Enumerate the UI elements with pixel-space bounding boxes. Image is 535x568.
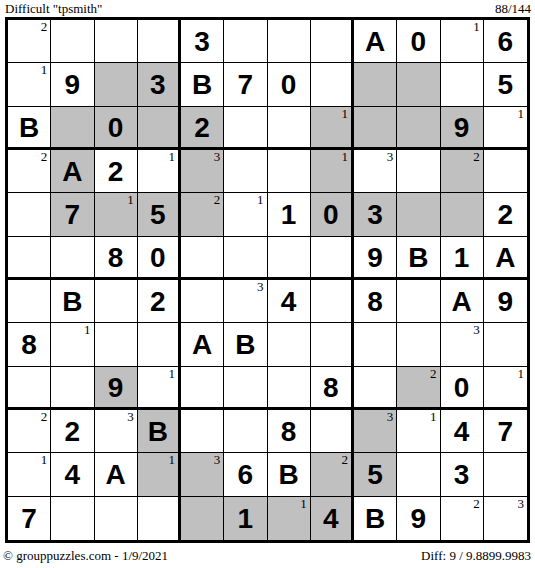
pencil-mark: 1 bbox=[41, 63, 48, 77]
cell-value: 0 bbox=[150, 244, 166, 272]
pencil-mark: 3 bbox=[257, 280, 264, 294]
cell-r5c10[interactable] bbox=[397, 193, 440, 236]
cell-value: 2 bbox=[150, 288, 166, 316]
cell-value: 7 bbox=[65, 201, 81, 229]
cell-r11c6[interactable]: 6 bbox=[224, 453, 267, 496]
cell-r11c3[interactable]: A bbox=[95, 453, 138, 496]
cell-r3c2[interactable] bbox=[51, 107, 94, 150]
cell-r10c1[interactable]: 2 bbox=[8, 410, 51, 453]
cell-r8c10[interactable] bbox=[397, 323, 440, 366]
cell-r3c12[interactable]: 1 bbox=[484, 107, 527, 150]
cell-value: 3 bbox=[194, 28, 210, 56]
cell-value: B bbox=[62, 288, 82, 316]
cell-value: 9 bbox=[498, 288, 514, 316]
cell-r2c8[interactable] bbox=[311, 63, 354, 106]
puzzle-title: Difficult "tpsmith" bbox=[5, 1, 102, 16]
cell-r1c10[interactable]: 0 bbox=[397, 20, 440, 63]
cell-r1c9[interactable]: A bbox=[354, 20, 397, 63]
cell-r6c3[interactable]: 8 bbox=[95, 237, 138, 280]
cell-value: A bbox=[365, 28, 385, 56]
cell-r11c7[interactable]: B bbox=[268, 453, 311, 496]
cell-r8c11[interactable]: 3 bbox=[441, 323, 484, 366]
cell-value: 1 bbox=[281, 201, 297, 229]
cell-r11c4[interactable]: 1 bbox=[138, 453, 181, 496]
cell-r6c1[interactable] bbox=[8, 237, 51, 280]
cell-value: B bbox=[148, 418, 168, 446]
cell-r2c10[interactable] bbox=[397, 63, 440, 106]
cell-r2c11[interactable] bbox=[441, 63, 484, 106]
cell-r4c7[interactable] bbox=[268, 150, 311, 193]
cell-r9c11[interactable]: 0 bbox=[441, 367, 484, 410]
cell-r4c2[interactable]: A bbox=[51, 150, 94, 193]
cell-r11c5[interactable]: 3 bbox=[181, 453, 224, 496]
cell-value: 4 bbox=[65, 461, 81, 489]
cell-r7c4[interactable]: 2 bbox=[138, 280, 181, 323]
pencil-mark: 1 bbox=[169, 367, 176, 381]
cell-r8c5[interactable]: A bbox=[181, 323, 224, 366]
cell-r5c3[interactable]: 1 bbox=[95, 193, 138, 236]
pencil-mark: 1 bbox=[473, 20, 480, 34]
cell-value: 4 bbox=[454, 418, 470, 446]
cell-r1c7[interactable] bbox=[268, 20, 311, 63]
cell-r9c6[interactable] bbox=[224, 367, 267, 410]
cell-value: 7 bbox=[498, 418, 514, 446]
cell-value: A bbox=[106, 461, 126, 489]
cell-r8c12[interactable] bbox=[484, 323, 527, 366]
cell-value: A bbox=[452, 288, 472, 316]
cell-r8c9[interactable] bbox=[354, 323, 397, 366]
cell-r5c4[interactable]: 5 bbox=[138, 193, 181, 236]
cell-r7c11[interactable]: A bbox=[441, 280, 484, 323]
cell-r3c9[interactable] bbox=[354, 107, 397, 150]
cell-value: 7 bbox=[21, 505, 37, 533]
cell-value: A bbox=[495, 244, 515, 272]
cell-value: 0 bbox=[454, 374, 470, 402]
cell-r8c7[interactable] bbox=[268, 323, 311, 366]
cell-r4c12[interactable] bbox=[484, 150, 527, 193]
cell-r6c12[interactable]: A bbox=[484, 237, 527, 280]
pencil-mark: 3 bbox=[214, 453, 221, 467]
cell-value: 2 bbox=[498, 201, 514, 229]
cell-r11c2[interactable]: 4 bbox=[51, 453, 94, 496]
cell-r3c4[interactable] bbox=[138, 107, 181, 150]
cell-r11c9[interactable]: 5 bbox=[354, 453, 397, 496]
pencil-mark: 2 bbox=[41, 150, 48, 164]
cell-r9c2[interactable] bbox=[51, 367, 94, 410]
pencil-mark: 1 bbox=[257, 193, 264, 207]
pencil-mark: 2 bbox=[214, 193, 221, 207]
pencil-mark: 2 bbox=[473, 497, 480, 511]
cell-r12c1[interactable]: 7 bbox=[8, 497, 51, 540]
cell-value: 3 bbox=[367, 201, 383, 229]
cell-r3c8[interactable]: 1 bbox=[311, 107, 354, 150]
cell-r8c4[interactable] bbox=[138, 323, 181, 366]
cell-r4c3[interactable]: 2 bbox=[95, 150, 138, 193]
cell-value: 9 bbox=[367, 244, 383, 272]
cell-r4c1[interactable]: 2 bbox=[8, 150, 51, 193]
cell-r12c5[interactable] bbox=[181, 497, 224, 540]
cell-r3c7[interactable] bbox=[268, 107, 311, 150]
cell-r2c9[interactable] bbox=[354, 63, 397, 106]
copyright-text: © grouppuzzles.com - 1/9/2021 bbox=[3, 548, 168, 564]
pencil-mark: 2 bbox=[41, 20, 48, 34]
cell-r3c1[interactable]: B bbox=[8, 107, 51, 150]
pencil-mark: 1 bbox=[169, 453, 176, 467]
cell-r3c3[interactable]: 0 bbox=[95, 107, 138, 150]
cell-r10c9[interactable]: 3 bbox=[354, 410, 397, 453]
progress-counter: 88/144 bbox=[495, 1, 531, 16]
cell-r9c1[interactable] bbox=[8, 367, 51, 410]
cell-r11c12[interactable] bbox=[484, 453, 527, 496]
cell-r7c8[interactable] bbox=[311, 280, 354, 323]
cell-r9c7[interactable] bbox=[268, 367, 311, 410]
cell-r8c1[interactable]: 8 bbox=[8, 323, 51, 366]
cell-value: 2 bbox=[65, 418, 81, 446]
cell-r2c2[interactable]: 9 bbox=[51, 63, 94, 106]
pencil-mark: 1 bbox=[342, 150, 349, 164]
sudoku-board: 23A016193B705B021912A213132715211032809B… bbox=[5, 17, 530, 543]
cell-r5c7[interactable]: 1 bbox=[268, 193, 311, 236]
cell-value: 0 bbox=[411, 28, 427, 56]
cell-r7c12[interactable]: 9 bbox=[484, 280, 527, 323]
cell-value: 3 bbox=[454, 461, 470, 489]
cell-value: 2 bbox=[194, 114, 210, 142]
cell-value: B bbox=[192, 71, 212, 99]
cell-value: 3 bbox=[150, 71, 166, 99]
pencil-mark: 1 bbox=[127, 193, 134, 207]
cell-r4c5[interactable]: 3 bbox=[181, 150, 224, 193]
cell-value: B bbox=[365, 505, 385, 533]
cell-r5c9[interactable]: 3 bbox=[354, 193, 397, 236]
cell-value: B bbox=[279, 461, 299, 489]
cell-r8c3[interactable] bbox=[95, 323, 138, 366]
cell-r8c6[interactable]: B bbox=[224, 323, 267, 366]
cell-r2c12[interactable]: 5 bbox=[484, 63, 527, 106]
cell-r10c6[interactable] bbox=[224, 410, 267, 453]
cell-r11c1[interactable]: 1 bbox=[8, 453, 51, 496]
cell-r10c7[interactable]: 8 bbox=[268, 410, 311, 453]
cell-value: 8 bbox=[367, 288, 383, 316]
cell-value: 0 bbox=[323, 201, 339, 229]
cell-value: 8 bbox=[323, 374, 339, 402]
cell-r1c12[interactable]: 6 bbox=[484, 20, 527, 63]
cell-r1c2[interactable] bbox=[51, 20, 94, 63]
cell-r6c4[interactable]: 0 bbox=[138, 237, 181, 280]
cell-r1c11[interactable]: 1 bbox=[441, 20, 484, 63]
cell-r5c1[interactable] bbox=[8, 193, 51, 236]
cell-r4c9[interactable]: 3 bbox=[354, 150, 397, 193]
cell-r6c6[interactable] bbox=[224, 237, 267, 280]
cell-value: A bbox=[62, 158, 82, 186]
pencil-mark: 2 bbox=[430, 367, 437, 381]
cell-r12c7[interactable]: 1 bbox=[268, 497, 311, 540]
cell-value: 9 bbox=[108, 374, 124, 402]
pencil-mark: 2 bbox=[41, 410, 48, 424]
cell-r9c10[interactable]: 2 bbox=[397, 367, 440, 410]
cell-r4c6[interactable] bbox=[224, 150, 267, 193]
pencil-mark: 2 bbox=[473, 150, 480, 164]
cell-r9c4[interactable]: 1 bbox=[138, 367, 181, 410]
cell-value: 7 bbox=[238, 71, 254, 99]
cell-r7c10[interactable] bbox=[397, 280, 440, 323]
cell-r1c6[interactable] bbox=[224, 20, 267, 63]
cell-r5c11[interactable] bbox=[441, 193, 484, 236]
cell-r2c7[interactable]: 0 bbox=[268, 63, 311, 106]
cell-r10c4[interactable]: B bbox=[138, 410, 181, 453]
cell-r6c7[interactable] bbox=[268, 237, 311, 280]
pencil-mark: 1 bbox=[518, 107, 525, 121]
cell-r12c3[interactable] bbox=[95, 497, 138, 540]
cell-r6c9[interactable]: 9 bbox=[354, 237, 397, 280]
cell-value: B bbox=[19, 114, 39, 142]
cell-r10c5[interactable] bbox=[181, 410, 224, 453]
cell-r6c8[interactable] bbox=[311, 237, 354, 280]
cell-value: 5 bbox=[498, 71, 514, 99]
cell-r1c3[interactable] bbox=[95, 20, 138, 63]
cell-r7c5[interactable] bbox=[181, 280, 224, 323]
cell-value: 4 bbox=[323, 505, 339, 533]
cell-r2c6[interactable]: 7 bbox=[224, 63, 267, 106]
cell-value: 8 bbox=[21, 331, 37, 359]
cell-r9c12[interactable]: 1 bbox=[484, 367, 527, 410]
pencil-mark: 3 bbox=[518, 497, 525, 511]
pencil-mark: 1 bbox=[518, 367, 525, 381]
pencil-mark: 1 bbox=[41, 453, 48, 467]
cell-value: 6 bbox=[238, 461, 254, 489]
cell-value: B bbox=[235, 331, 255, 359]
cell-value: 9 bbox=[454, 114, 470, 142]
pencil-mark: 3 bbox=[387, 150, 394, 164]
cell-r7c9[interactable]: 8 bbox=[354, 280, 397, 323]
cell-value: 9 bbox=[411, 505, 427, 533]
pencil-mark: 1 bbox=[84, 323, 91, 337]
cell-r1c1[interactable]: 2 bbox=[8, 20, 51, 63]
cell-r10c11[interactable]: 4 bbox=[441, 410, 484, 453]
cell-r9c9[interactable] bbox=[354, 367, 397, 410]
cell-r6c2[interactable] bbox=[51, 237, 94, 280]
cell-r7c2[interactable]: B bbox=[51, 280, 94, 323]
cell-r1c5[interactable]: 3 bbox=[181, 20, 224, 63]
cell-r12c11[interactable]: 2 bbox=[441, 497, 484, 540]
cell-value: 4 bbox=[281, 288, 297, 316]
cell-value: 1 bbox=[238, 505, 254, 533]
header: Difficult "tpsmith" 88/144 bbox=[5, 1, 531, 16]
cell-r5c6[interactable]: 1 bbox=[224, 193, 267, 236]
cell-r7c3[interactable] bbox=[95, 280, 138, 323]
cell-r4c8[interactable]: 1 bbox=[311, 150, 354, 193]
pencil-mark: 2 bbox=[342, 453, 349, 467]
cell-r9c5[interactable] bbox=[181, 367, 224, 410]
cell-value: 6 bbox=[498, 28, 514, 56]
cell-r11c11[interactable]: 3 bbox=[441, 453, 484, 496]
cell-r2c4[interactable]: 3 bbox=[138, 63, 181, 106]
cell-value: 5 bbox=[150, 201, 166, 229]
cell-value: A bbox=[192, 331, 212, 359]
pencil-mark: 3 bbox=[387, 410, 394, 424]
cell-r11c8[interactable]: 2 bbox=[311, 453, 354, 496]
cell-r7c1[interactable] bbox=[8, 280, 51, 323]
pencil-mark: 1 bbox=[300, 497, 307, 511]
cell-r8c8[interactable] bbox=[311, 323, 354, 366]
cell-r5c5[interactable]: 2 bbox=[181, 193, 224, 236]
cell-r12c10[interactable]: 9 bbox=[397, 497, 440, 540]
cell-r12c8[interactable]: 4 bbox=[311, 497, 354, 540]
cell-r10c3[interactable]: 3 bbox=[95, 410, 138, 453]
cell-r12c2[interactable] bbox=[51, 497, 94, 540]
cell-r12c4[interactable] bbox=[138, 497, 181, 540]
cell-value: 8 bbox=[108, 244, 124, 272]
cell-r1c8[interactable] bbox=[311, 20, 354, 63]
cell-r5c12[interactable]: 2 bbox=[484, 193, 527, 236]
cell-r3c6[interactable] bbox=[224, 107, 267, 150]
cell-r11c10[interactable] bbox=[397, 453, 440, 496]
cell-r2c3[interactable] bbox=[95, 63, 138, 106]
cell-r2c1[interactable]: 1 bbox=[8, 63, 51, 106]
cell-r12c9[interactable]: B bbox=[354, 497, 397, 540]
cell-r7c6[interactable]: 3 bbox=[224, 280, 267, 323]
cell-r10c8[interactable] bbox=[311, 410, 354, 453]
pencil-mark: 3 bbox=[473, 323, 480, 337]
cell-value: 2 bbox=[108, 158, 124, 186]
pencil-mark: 1 bbox=[430, 410, 437, 424]
cell-r3c5[interactable]: 2 bbox=[181, 107, 224, 150]
footer: © grouppuzzles.com - 1/9/2021 Diff: 9 / … bbox=[3, 546, 531, 564]
cell-r6c10[interactable]: B bbox=[397, 237, 440, 280]
cell-r4c10[interactable] bbox=[397, 150, 440, 193]
cell-r10c12[interactable]: 7 bbox=[484, 410, 527, 453]
pencil-mark: 3 bbox=[127, 410, 134, 424]
cell-r6c5[interactable] bbox=[181, 237, 224, 280]
pencil-mark: 1 bbox=[342, 107, 349, 121]
cell-r5c8[interactable]: 0 bbox=[311, 193, 354, 236]
cell-r5c2[interactable]: 7 bbox=[51, 193, 94, 236]
cell-value: 0 bbox=[281, 71, 297, 99]
cell-r12c6[interactable]: 1 bbox=[224, 497, 267, 540]
pencil-mark: 1 bbox=[169, 150, 176, 164]
difficulty-text: Diff: 9 / 9.8899.9983 bbox=[421, 548, 531, 564]
cell-r10c10[interactable]: 1 bbox=[397, 410, 440, 453]
cell-r10c2[interactable]: 2 bbox=[51, 410, 94, 453]
cell-r2c5[interactable]: B bbox=[181, 63, 224, 106]
cell-value: 0 bbox=[108, 114, 124, 142]
cell-r6c11[interactable]: 1 bbox=[441, 237, 484, 280]
cell-r3c10[interactable] bbox=[397, 107, 440, 150]
cell-value: 8 bbox=[281, 418, 297, 446]
cell-r8c2[interactable]: 1 bbox=[51, 323, 94, 366]
cell-value: 1 bbox=[454, 244, 470, 272]
pencil-mark: 3 bbox=[214, 150, 221, 164]
cell-r4c4[interactable]: 1 bbox=[138, 150, 181, 193]
cell-value: B bbox=[408, 244, 428, 272]
cell-r9c8[interactable]: 8 bbox=[311, 367, 354, 410]
cell-r7c7[interactable]: 4 bbox=[268, 280, 311, 323]
cell-r9c3[interactable]: 9 bbox=[95, 367, 138, 410]
cell-r4c11[interactable]: 2 bbox=[441, 150, 484, 193]
cell-r12c12[interactable]: 3 bbox=[484, 497, 527, 540]
cell-value: 5 bbox=[367, 461, 383, 489]
cell-value: 9 bbox=[65, 71, 81, 99]
cell-r1c4[interactable] bbox=[138, 20, 181, 63]
cell-r3c11[interactable]: 9 bbox=[441, 107, 484, 150]
